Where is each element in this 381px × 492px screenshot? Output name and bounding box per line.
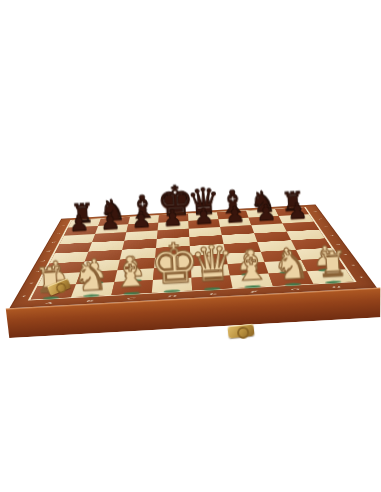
piece-white-king: ♚ bbox=[149, 235, 192, 292]
square-a5 bbox=[55, 242, 92, 253]
square-h1: ♜ bbox=[307, 269, 354, 284]
square-f7: ♟ bbox=[219, 218, 252, 227]
board-rotation-wrapper: ♜♞♝♚♛♝♞♜♟♟♟♟♟♟♟♟♟♟♟♟♟♟♟♟♜♞♝♚♛♝♞♜ ABCDEFG… bbox=[0, 0, 381, 492]
piece-white-knight: ♞ bbox=[69, 255, 112, 296]
coord-label: 5 bbox=[323, 232, 339, 238]
piece-black-pawn: ♟ bbox=[156, 206, 188, 230]
square-f1: ♝ bbox=[230, 273, 273, 288]
square-e7: ♟ bbox=[188, 219, 220, 228]
piece-white-rook: ♜ bbox=[311, 247, 353, 284]
piece-black-pawn: ♟ bbox=[94, 210, 126, 234]
coord-label: 8 bbox=[308, 210, 322, 215]
perspective-scene: ♜♞♝♚♛♝♞♜♟♟♟♟♟♟♟♟♟♟♟♟♟♟♟♟♜♞♝♚♛♝♞♜ ABCDEFG… bbox=[32, 88, 349, 406]
chess-board: ♜♞♝♚♛♝♞♜♟♟♟♟♟♟♟♟♟♟♟♟♟♟♟♟♜♞♝♚♛♝♞♜ ABCDEFG… bbox=[9, 205, 377, 309]
coord-label: 6 bbox=[318, 224, 334, 229]
piece-black-pawn: ♟ bbox=[250, 201, 282, 225]
square-g1: ♞ bbox=[268, 271, 313, 286]
square-h5 bbox=[287, 230, 325, 241]
square-d1: ♚ bbox=[152, 278, 192, 293]
coord-label: 1 bbox=[351, 273, 371, 281]
square-e1: ♛ bbox=[191, 276, 232, 291]
piece-black-pawn: ♟ bbox=[219, 203, 251, 227]
coord-label: 7 bbox=[313, 217, 328, 222]
piece-white-bishop: ♝ bbox=[109, 251, 152, 295]
piece-white-queen: ♛ bbox=[189, 239, 232, 290]
square-h7: ♟ bbox=[279, 214, 314, 223]
piece-black-pawn: ♟ bbox=[125, 208, 157, 232]
piece-white-bishop: ♝ bbox=[230, 244, 273, 288]
piece-white-knight: ♞ bbox=[271, 244, 314, 285]
product-photo-stage: ♜♞♝♚♛♝♞♜♟♟♟♟♟♟♟♟♟♟♟♟♟♟♟♟♜♞♝♚♛♝♞♜ ABCDEFG… bbox=[0, 0, 381, 492]
square-c1: ♝ bbox=[111, 280, 153, 295]
piece-black-pawn: ♟ bbox=[188, 205, 220, 229]
